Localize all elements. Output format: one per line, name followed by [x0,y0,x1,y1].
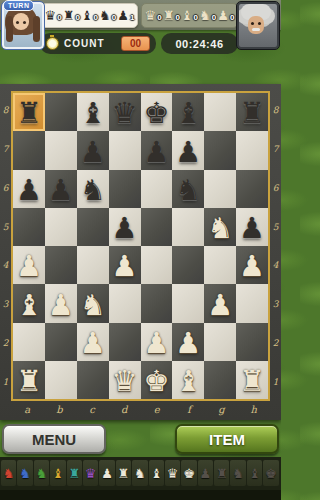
square-e3[interactable] [141,284,173,322]
piece-set-item-bishop[interactable]: ♝ [149,460,164,486]
knight-icon: ♞ [134,467,146,480]
square-f1[interactable]: ♝ [172,361,204,399]
square-b1[interactable] [45,361,77,399]
piece-white-pawn[interactable]: ♟ [13,249,45,283]
captured-bishop: ♝0 [181,9,198,22]
file-label-b: b [43,401,75,418]
piece-black-pawn[interactable]: ♟ [13,173,45,207]
queen-icon: ♛ [85,467,97,480]
rook-icon: ♜ [63,9,75,22]
piece-set-item-king[interactable]: ♚ [181,460,196,486]
rank-label-5: 5 [0,207,11,246]
captured-queen: ♛0 [45,9,62,22]
square-d8[interactable]: ♛ [109,93,141,131]
piece-black-rook[interactable]: ♜ [236,96,268,130]
piece-white-bishop[interactable]: ♝ [13,288,45,322]
square-g6[interactable] [204,170,236,208]
turn-badge: TURN [3,0,34,11]
count-value: 00 [121,36,150,51]
move-count-bar: COUNT 00 [40,33,156,54]
captured-rook: ♜0 [63,9,80,22]
knight-icon: ♞ [36,467,48,480]
piece-set-item-pawn[interactable]: ♟ [198,460,213,486]
square-g8[interactable] [204,93,236,131]
square-a3[interactable]: ♝ [13,284,45,322]
queen-icon: ♛ [167,467,179,480]
piece-black-queen[interactable]: ♛ [109,96,141,130]
captured-queen-count: 0 [57,13,61,22]
piece-set-strip: ♞♞♞♝♜♛♟♜♞♝♛♚♟♜♞♝♚ [0,457,281,500]
rank-labels-right: 87654321 [270,91,281,401]
rank-label-1: 1 [270,362,281,401]
square-g3[interactable]: ♟ [204,284,236,322]
square-e5[interactable] [141,208,173,246]
file-label-e: e [141,401,173,418]
square-a1[interactable]: ♜ [13,361,45,399]
square-c5[interactable] [77,208,109,246]
knight-icon: ♞ [99,9,111,22]
knight-icon: ♞ [199,9,211,22]
square-d5[interactable]: ♟ [109,208,141,246]
piece-set-item-knight[interactable]: ♞ [34,460,49,486]
piece-black-bishop[interactable]: ♝ [77,96,109,130]
square-a2[interactable] [13,323,45,361]
right-player-avatar [237,2,279,49]
file-label-g: g [205,401,237,418]
girl-face [13,13,29,30]
knight-icon: ♞ [19,467,31,480]
king-icon: ♚ [183,467,195,480]
piece-white-knight[interactable]: ♞ [77,288,109,322]
piece-set-item-queen[interactable]: ♛ [165,460,180,486]
rank-label-8: 8 [270,91,281,130]
stopwatch-icon [46,37,59,50]
square-b2[interactable] [45,323,77,361]
knight-icon: ♞ [232,467,244,480]
rank-label-3: 3 [0,285,11,324]
rank-label-3: 3 [270,285,281,324]
captured-pawn: ♟0 [217,9,234,22]
piece-set-item-bishop[interactable]: ♝ [50,460,65,486]
rook-icon: ♜ [216,467,228,480]
piece-white-knight[interactable]: ♞ [204,211,236,245]
square-c4[interactable] [77,246,109,284]
square-d3[interactable] [109,284,141,322]
piece-set-item-knight[interactable]: ♞ [1,460,16,486]
captured-bishop: ♝0 [81,9,98,22]
square-a8[interactable]: ♜ [13,93,45,131]
square-d6[interactable] [109,170,141,208]
captured-pieces-tray-right: ♛0♜0♝0♞0♟0 [141,3,238,28]
captured-rook-count: 0 [75,13,79,22]
captured-pawn-count: 0 [230,13,234,22]
pawn-icon: ♟ [101,467,113,480]
piece-white-king[interactable]: ♚ [141,364,173,398]
rook-icon: ♜ [68,467,80,480]
piece-black-pawn[interactable]: ♟ [141,135,173,169]
piece-black-king[interactable]: ♚ [141,96,173,130]
timer-value: 00:24:46 [175,38,223,50]
file-label-a: a [11,401,43,418]
square-f8[interactable]: ♝ [172,93,204,131]
square-c3[interactable]: ♞ [77,284,109,322]
square-e2[interactable]: ♟ [141,323,173,361]
piece-set-row: ♞♞♞♝♜♛♟♜♞♝♛♚♟♜♞♝♚ [1,460,280,486]
square-g7[interactable] [204,131,236,169]
file-labels: abcdefgh [11,401,270,418]
rook-icon: ♜ [163,9,175,22]
piece-set-item-knight[interactable]: ♞ [132,460,147,486]
square-h3[interactable] [236,284,268,322]
rank-label-6: 6 [0,169,11,208]
piece-black-knight[interactable]: ♞ [77,173,109,207]
captured-knight-count: 0 [212,13,216,22]
rank-label-4: 4 [0,246,11,285]
piece-set-item-queen[interactable]: ♛ [83,460,98,486]
game-timer-bar: 00:24:46 [161,33,238,54]
square-c7[interactable]: ♟ [77,131,109,169]
piece-set-item-pawn[interactable]: ♟ [99,460,114,486]
rank-label-7: 7 [0,130,11,169]
piece-white-pawn[interactable]: ♟ [109,249,141,283]
square-b8[interactable] [45,93,77,131]
piece-set-item-king[interactable]: ♚ [263,460,278,486]
piece-white-pawn[interactable]: ♟ [45,288,77,322]
square-f3[interactable] [172,284,204,322]
pawn-icon: ♟ [217,9,229,22]
bishop-icon: ♝ [150,467,162,480]
piece-black-pawn[interactable]: ♟ [45,173,77,207]
piece-white-pawn[interactable]: ♟ [204,288,236,322]
piece-white-rook[interactable]: ♜ [13,364,45,398]
square-h4[interactable]: ♟ [236,246,268,284]
file-label-h: h [238,401,270,418]
square-e8[interactable]: ♚ [141,93,173,131]
count-label: COUNT [64,38,121,49]
square-c2[interactable]: ♟ [77,323,109,361]
square-h7[interactable] [236,131,268,169]
piece-black-rook[interactable]: ♜ [13,96,45,130]
piece-white-bishop[interactable]: ♝ [172,364,204,398]
pawn-icon: ♟ [200,467,212,480]
square-g4[interactable] [204,246,236,284]
chess-board[interactable]: ♜♝♛♚♝♜♟♟♟♟♟♞♞♟♞♟♟♟♟♝♟♞♟♟♟♟♜♛♚♝♜ [11,91,270,401]
captured-knight: ♞0 [99,9,116,22]
piece-black-knight[interactable]: ♞ [172,173,204,207]
bishop-icon: ♝ [181,9,193,22]
queen-icon: ♛ [45,9,57,22]
square-h2[interactable] [236,323,268,361]
piece-black-pawn[interactable]: ♟ [172,135,204,169]
piece-set-item-bishop[interactable]: ♝ [247,460,262,486]
square-a6[interactable]: ♟ [13,170,45,208]
captured-queen-count: 0 [157,13,161,22]
square-d7[interactable] [109,131,141,169]
captured-pieces-tray-left: ♛0♜0♝0♞0♟1 [41,3,138,28]
square-c1[interactable] [77,361,109,399]
rank-label-8: 8 [0,91,11,130]
square-b3[interactable]: ♟ [45,284,77,322]
piece-black-pawn[interactable]: ♟ [236,211,268,245]
rank-label-6: 6 [270,169,281,208]
piece-set-item-rook[interactable]: ♜ [116,460,131,486]
piece-set-item-rook[interactable]: ♜ [214,460,229,486]
captured-knight: ♞0 [199,9,216,22]
knight-icon: ♞ [3,467,15,480]
square-f4[interactable] [172,246,204,284]
square-b6[interactable]: ♟ [45,170,77,208]
einstein-face [248,16,264,34]
piece-white-rook[interactable]: ♜ [236,364,268,398]
square-e6[interactable] [141,170,173,208]
bishop-icon: ♝ [249,467,261,480]
square-b4[interactable] [45,246,77,284]
piece-white-pawn[interactable]: ♟ [141,326,173,360]
piece-white-pawn[interactable]: ♟ [236,249,268,283]
square-g5[interactable]: ♞ [204,208,236,246]
captured-pawn-count: 1 [130,13,134,22]
chess-board-frame: 87654321 87654321 ♜♝♛♚♝♜♟♟♟♟♟♞♞♟♞♟♟♟♟♝♟♞… [0,84,281,420]
piece-white-pawn[interactable]: ♟ [172,326,204,360]
file-label-d: d [108,401,140,418]
square-h8[interactable]: ♜ [236,93,268,131]
bishop-icon: ♝ [52,467,64,480]
rook-icon: ♜ [118,467,130,480]
captured-rook: ♜0 [163,9,180,22]
piece-white-queen[interactable]: ♛ [109,364,141,398]
captured-knight-count: 0 [112,13,116,22]
file-label-c: c [76,401,108,418]
captured-rook-count: 0 [175,13,179,22]
file-label-f: f [173,401,205,418]
square-f5[interactable] [172,208,204,246]
king-icon: ♚ [265,467,277,480]
square-c6[interactable]: ♞ [77,170,109,208]
square-a4[interactable]: ♟ [13,246,45,284]
rank-labels-left: 87654321 [0,91,11,401]
bishop-icon: ♝ [81,9,93,22]
queen-icon: ♛ [145,9,157,22]
rank-label-2: 2 [270,324,281,363]
piece-black-pawn[interactable]: ♟ [77,135,109,169]
square-g1[interactable] [204,361,236,399]
piece-set-item-knight[interactable]: ♞ [230,460,245,486]
square-b5[interactable] [45,208,77,246]
rank-label-7: 7 [270,130,281,169]
square-e1[interactable]: ♚ [141,361,173,399]
captured-queen: ♛0 [145,9,162,22]
square-d1[interactable]: ♛ [109,361,141,399]
square-h1[interactable]: ♜ [236,361,268,399]
square-h5[interactable]: ♟ [236,208,268,246]
square-e4[interactable] [141,246,173,284]
square-f7[interactable]: ♟ [172,131,204,169]
piece-white-pawn[interactable]: ♟ [77,326,109,360]
square-a5[interactable] [13,208,45,246]
square-f2[interactable]: ♟ [172,323,204,361]
piece-set-item-rook[interactable]: ♜ [67,460,82,486]
pawn-icon: ♟ [117,9,129,22]
captured-pawn: ♟1 [117,9,134,22]
item-button[interactable]: ITEM [175,424,279,454]
square-h6[interactable] [236,170,268,208]
menu-button[interactable]: MENU [2,424,106,454]
rank-label-4: 4 [270,246,281,285]
piece-set-item-knight[interactable]: ♞ [17,460,32,486]
square-d4[interactable]: ♟ [109,246,141,284]
piece-black-pawn[interactable]: ♟ [109,211,141,245]
square-c8[interactable]: ♝ [77,93,109,131]
square-f6[interactable]: ♞ [172,170,204,208]
rank-label-1: 1 [0,362,11,401]
einstein-mustache [252,28,260,31]
square-g2[interactable] [204,323,236,361]
rank-label-5: 5 [270,207,281,246]
captured-bishop-count: 0 [94,13,98,22]
piece-black-bishop[interactable]: ♝ [172,96,204,130]
square-a7[interactable] [13,131,45,169]
square-b7[interactable] [45,131,77,169]
captured-bishop-count: 0 [194,13,198,22]
square-d2[interactable] [109,323,141,361]
rank-label-2: 2 [0,324,11,363]
square-e7[interactable]: ♟ [141,131,173,169]
